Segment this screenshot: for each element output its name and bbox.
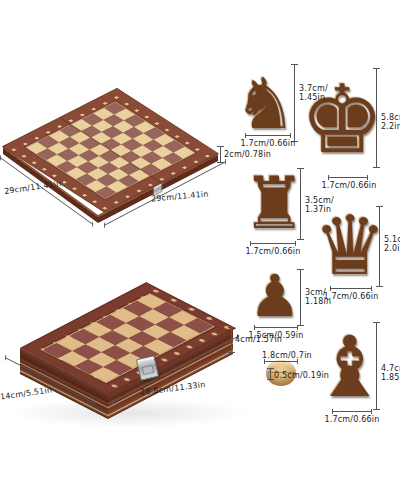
queen-base-dim-line — [330, 288, 372, 289]
pawn-piece: ♟ — [245, 266, 305, 326]
disc-thickness-dim-line — [270, 368, 271, 380]
king-base-label: 1.7cm/0.66in — [316, 181, 382, 190]
open-thickness-dim-line — [220, 146, 221, 163]
queen-height-cm: 5.1cm/ — [384, 235, 400, 244]
knight-height-in: 1.45in — [299, 93, 328, 102]
knight-base-dim-line — [245, 135, 291, 136]
king-height-dim-line — [376, 68, 377, 168]
pawn-height-dim-line — [300, 269, 301, 326]
king-height-cm: 5.8cm/ — [381, 113, 400, 122]
rook-height-in: 1.37in — [305, 205, 334, 214]
king-height-label: 5.8cm/ 2.2in — [381, 113, 400, 131]
closed-thickness-dim-line — [231, 327, 232, 353]
rook-height-dim-line — [300, 168, 301, 240]
rook-piece: ♜ — [242, 166, 304, 240]
bishop-height-cm: 4.7cm/ — [381, 364, 400, 373]
bishop-base-dim-line — [332, 411, 372, 412]
disc-thickness-label: 0.5cm/0.19in — [274, 371, 329, 380]
bishop-height-label: 4.7cm/ 1.85in — [381, 364, 400, 382]
bishop-base-label: 1.7cm/0.66in — [319, 415, 385, 424]
king-base-dim-line — [328, 177, 368, 178]
rook-base-label: 1.7cm/0.66in — [243, 247, 303, 256]
queen-height-dim-line — [379, 206, 380, 287]
knight-base-label: 1.7cm/0.66in — [238, 139, 298, 148]
rook-height-cm: 3.5cm/ — [305, 196, 334, 205]
product-image: 29cm/11.41in 29cm/11.41in 2cm/0.78in 14c… — [0, 0, 400, 488]
pawn-base-label: 1.5cm/0.59in — [246, 331, 306, 340]
bishop-piece: ♝ — [308, 324, 392, 410]
king-height-in: 2.2in — [381, 122, 400, 131]
pawn-base-dim-line — [254, 327, 298, 328]
disc-diameter-label: 1.8cm/0.7in — [262, 351, 312, 360]
disc-diameter-dim-line — [264, 361, 298, 362]
rook-base-dim-line — [250, 243, 296, 244]
bishop-height-in: 1.85in — [381, 373, 400, 382]
knight-height-cm: 3.7cm/ — [299, 84, 328, 93]
knight-height-dim-line — [294, 64, 295, 142]
rook-height-label: 3.5cm/ 1.37in — [305, 196, 334, 214]
knight-height-label: 3.7cm/ 1.45in — [299, 84, 328, 102]
knight-piece: ♞ — [234, 68, 296, 140]
pawn-height-in: 1.18in — [305, 297, 331, 306]
pawn-height-cm: 3cm/ — [305, 288, 331, 297]
queen-height-in: 2.0in — [384, 244, 400, 253]
queen-height-label: 5.1cm/ 2.0in — [384, 235, 400, 253]
bishop-height-dim-line — [376, 322, 377, 410]
pawn-height-label: 3cm/ 1.18in — [305, 288, 331, 306]
open-thickness-dim-label: 2cm/0.78in — [224, 150, 271, 159]
